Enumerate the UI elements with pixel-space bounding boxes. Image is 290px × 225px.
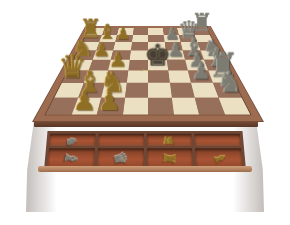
square-d6 <box>131 42 148 50</box>
square-c1: ♟ <box>97 97 125 114</box>
square-a3: ♛ <box>62 70 88 82</box>
tray-compartment-r2c3: ♜ <box>146 148 193 167</box>
square-c4: ♟ <box>108 60 129 71</box>
square-c6 <box>113 42 131 50</box>
square-d3 <box>126 70 148 82</box>
square-d7 <box>132 35 148 42</box>
square-h3: ♜ <box>208 70 234 82</box>
square-b1: ♟ <box>71 97 101 114</box>
square-c2: ♞ <box>101 83 126 98</box>
square-h7 <box>194 35 213 42</box>
chess-board: ♜♜♝♟♟♛♞♟♟♝♞♟♚♚♟♝♛♟♜♝♞♞♟♟ <box>32 26 264 122</box>
board-squares: ♜♜♝♟♟♛♞♟♟♝♞♟♚♚♟♝♛♟♜♝♞♞♟♟ <box>46 28 250 114</box>
square-c5 <box>111 50 131 59</box>
tray-compartment-r2c4: ♝ <box>195 148 242 167</box>
tray-piece-silver-knight: ♞ <box>66 136 79 148</box>
tray-piece-silver-bishop: ♝ <box>61 150 81 167</box>
tray-compartment-r1c1: ♞ <box>49 134 95 146</box>
silver-rook: ♜ <box>191 10 213 34</box>
square-e1 <box>148 97 174 114</box>
tray-compartment-r2c2: ♛ <box>97 148 144 167</box>
tray-compartment-r1c2 <box>98 134 144 146</box>
drawer-tray: ♞♟♞♝♛♜♝ <box>44 131 246 170</box>
square-h2: ♞ <box>213 83 242 98</box>
tray-compartment-r2c1: ♝ <box>47 148 94 167</box>
square-c7: ♟ <box>115 35 132 42</box>
square-b3 <box>83 70 108 82</box>
square-d4: ♚ <box>128 60 148 71</box>
square-d2 <box>125 83 148 98</box>
tray-piece-gold-rook: ♜ <box>160 151 177 166</box>
square-h4: ♝ <box>204 60 228 71</box>
square-h5: ♞ <box>200 50 222 59</box>
tray-compartment-r1c3: ♟♞ <box>146 134 192 146</box>
square-e5 <box>148 50 167 59</box>
square-e3 <box>148 70 170 82</box>
tray-compartment-r1c4 <box>195 134 241 146</box>
square-e7 <box>148 35 164 42</box>
tray-piece-gold-pawn: ♟ <box>161 135 172 146</box>
square-c3 <box>105 70 128 82</box>
drawer-rim <box>38 166 252 172</box>
chess-set-photo: ♞♟♞♝♛♜♝ ♜♜♝♟♟♛♞♟♟♝♞♟♚♚♟♝♛♟♜♝♞♞♟♟ <box>0 0 290 225</box>
square-a1 <box>46 97 78 114</box>
tray-piece-gold-bishop: ♝ <box>210 150 229 167</box>
square-d5 <box>129 50 148 59</box>
square-f7: ♟ <box>163 35 180 42</box>
square-e6 <box>148 42 165 50</box>
square-h6 <box>197 42 218 50</box>
square-d1 <box>122 97 148 114</box>
square-h1 <box>218 97 250 114</box>
square-e2 <box>148 83 171 98</box>
tray-piece-gold-knight: ♞ <box>165 135 176 147</box>
square-e4: ♚ <box>148 60 168 71</box>
tray-piece-silver-queen: ♛ <box>110 150 130 168</box>
